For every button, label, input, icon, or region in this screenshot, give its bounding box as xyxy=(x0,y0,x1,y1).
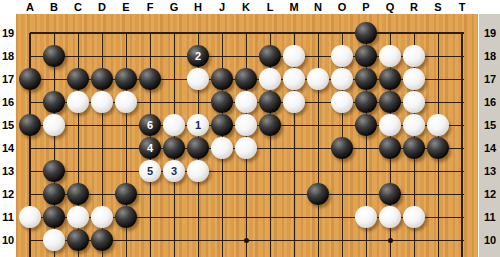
stone-black-S14[interactable] xyxy=(427,137,449,159)
stone-white-Q18[interactable] xyxy=(379,45,401,67)
stone-white-K16[interactable] xyxy=(235,91,257,113)
row-label-right-10: 10 xyxy=(481,233,500,247)
stone-white-P11[interactable] xyxy=(355,206,377,228)
stone-black-P15[interactable] xyxy=(355,114,377,136)
stone-black-Q14[interactable] xyxy=(379,137,401,159)
column-label-C: C xyxy=(70,0,86,14)
stone-black-O14[interactable] xyxy=(331,137,353,159)
row-label-left-12: 12 xyxy=(0,187,16,201)
row-label-left-19: 19 xyxy=(0,26,16,40)
stone-white-H15[interactable]: 1 xyxy=(187,114,209,136)
row-label-right-16: 16 xyxy=(481,95,500,109)
stone-black-K17[interactable] xyxy=(235,68,257,90)
stone-black-Q17[interactable] xyxy=(379,68,401,90)
move-number-4: 4 xyxy=(147,142,153,154)
stone-white-M17[interactable] xyxy=(283,68,305,90)
stone-black-F17[interactable] xyxy=(139,68,161,90)
row-label-left-11: 11 xyxy=(0,210,16,224)
column-label-B: B xyxy=(46,0,62,14)
stone-black-L18[interactable] xyxy=(259,45,281,67)
stone-white-K14[interactable] xyxy=(235,137,257,159)
stone-black-Q12[interactable] xyxy=(379,183,401,205)
move-number-3: 3 xyxy=(171,165,177,177)
stone-white-O16[interactable] xyxy=(331,91,353,113)
stone-black-E12[interactable] xyxy=(115,183,137,205)
move-number-6: 6 xyxy=(147,119,153,131)
row-label-right-17: 17 xyxy=(481,72,500,86)
stone-white-L17[interactable] xyxy=(259,68,281,90)
stone-white-D16[interactable] xyxy=(91,91,113,113)
column-label-J: J xyxy=(214,0,230,14)
move-number-1: 1 xyxy=(195,119,201,131)
row-label-right-12: 12 xyxy=(481,187,500,201)
stone-black-A17[interactable] xyxy=(19,68,41,90)
row-label-right-18: 18 xyxy=(481,49,500,63)
stone-white-J14[interactable] xyxy=(211,137,233,159)
grid-line-vertical-N xyxy=(318,33,319,257)
column-label-E: E xyxy=(118,0,134,14)
stone-black-F15[interactable]: 6 xyxy=(139,114,161,136)
column-label-D: D xyxy=(94,0,110,14)
stone-black-E11[interactable] xyxy=(115,206,137,228)
stone-white-A11[interactable] xyxy=(19,206,41,228)
stone-white-Q11[interactable] xyxy=(379,206,401,228)
stone-white-H17[interactable] xyxy=(187,68,209,90)
column-label-A: A xyxy=(22,0,38,14)
row-label-right-11: 11 xyxy=(481,210,500,224)
row-label-left-16: 16 xyxy=(0,95,16,109)
stone-white-M16[interactable] xyxy=(283,91,305,113)
column-label-Q: Q xyxy=(382,0,398,14)
stone-white-E16[interactable] xyxy=(115,91,137,113)
column-label-H: H xyxy=(190,0,206,14)
stone-black-E17[interactable] xyxy=(115,68,137,90)
column-label-R: R xyxy=(406,0,422,14)
row-label-left-15: 15 xyxy=(0,118,16,132)
stone-black-H18[interactable]: 2 xyxy=(187,45,209,67)
star-point-Q10 xyxy=(388,238,393,243)
stone-white-Q15[interactable] xyxy=(379,114,401,136)
stone-black-C10[interactable] xyxy=(67,229,89,251)
stone-white-F13[interactable]: 5 xyxy=(139,160,161,182)
grid-line-horizontal-19 xyxy=(30,32,464,34)
go-board[interactable]: 261453 xyxy=(16,14,478,257)
column-label-O: O xyxy=(334,0,350,14)
stone-black-B13[interactable] xyxy=(43,160,65,182)
row-label-right-19: 19 xyxy=(481,26,500,40)
stone-white-C11[interactable] xyxy=(67,206,89,228)
stone-white-K15[interactable] xyxy=(235,114,257,136)
stone-black-A15[interactable] xyxy=(19,114,41,136)
stone-white-H13[interactable] xyxy=(187,160,209,182)
stone-black-L16[interactable] xyxy=(259,91,281,113)
star-point-K10 xyxy=(244,238,249,243)
row-labels-left-strip: 19181716151413121110 xyxy=(0,0,16,257)
row-label-right-15: 15 xyxy=(481,118,500,132)
stone-white-N17[interactable] xyxy=(307,68,329,90)
go-app-window: ABCDEFGHJKLMNOPQRST 19181716151413121110… xyxy=(0,0,500,257)
stone-white-R15[interactable] xyxy=(403,114,425,136)
stone-black-J16[interactable] xyxy=(211,91,233,113)
column-label-F: F xyxy=(142,0,158,14)
stone-black-B11[interactable] xyxy=(43,206,65,228)
row-label-left-17: 17 xyxy=(0,72,16,86)
stone-white-G15[interactable] xyxy=(163,114,185,136)
stone-white-R17[interactable] xyxy=(403,68,425,90)
stone-black-P17[interactable] xyxy=(355,68,377,90)
row-label-right-13: 13 xyxy=(481,164,500,178)
stone-white-S15[interactable] xyxy=(427,114,449,136)
stone-white-O18[interactable] xyxy=(331,45,353,67)
stone-black-J17[interactable] xyxy=(211,68,233,90)
stone-black-B18[interactable] xyxy=(43,45,65,67)
stone-white-R16[interactable] xyxy=(403,91,425,113)
move-number-2: 2 xyxy=(195,50,201,62)
column-label-T: T xyxy=(454,0,470,14)
stone-black-N12[interactable] xyxy=(307,183,329,205)
grid-line-horizontal-13 xyxy=(30,171,464,172)
stone-white-B15[interactable] xyxy=(43,114,65,136)
stone-black-F14[interactable]: 4 xyxy=(139,137,161,159)
stone-white-O17[interactable] xyxy=(331,68,353,90)
stone-black-B12[interactable] xyxy=(43,183,65,205)
row-label-right-14: 14 xyxy=(481,141,500,155)
row-label-left-13: 13 xyxy=(0,164,16,178)
column-label-M: M xyxy=(286,0,302,14)
column-label-L: L xyxy=(262,0,278,14)
row-labels-right-strip: 19181716151413121110 xyxy=(478,14,500,257)
stone-black-G14[interactable] xyxy=(163,137,185,159)
stone-black-B16[interactable] xyxy=(43,91,65,113)
row-label-left-10: 10 xyxy=(0,233,16,247)
stone-black-C17[interactable] xyxy=(67,68,89,90)
stone-black-P16[interactable] xyxy=(355,91,377,113)
stone-black-H14[interactable] xyxy=(187,137,209,159)
column-labels-strip: ABCDEFGHJKLMNOPQRST xyxy=(0,0,500,14)
stone-black-J15[interactable] xyxy=(211,114,233,136)
row-label-left-14: 14 xyxy=(0,141,16,155)
stone-black-R14[interactable] xyxy=(403,137,425,159)
stone-black-P18[interactable] xyxy=(355,45,377,67)
column-label-S: S xyxy=(430,0,446,14)
row-label-left-18: 18 xyxy=(0,49,16,63)
stone-white-M18[interactable] xyxy=(283,45,305,67)
stone-black-L15[interactable] xyxy=(259,114,281,136)
stone-white-B10[interactable] xyxy=(43,229,65,251)
column-label-P: P xyxy=(358,0,374,14)
column-label-K: K xyxy=(238,0,254,14)
stone-black-P19[interactable] xyxy=(355,22,377,44)
stone-black-D17[interactable] xyxy=(91,68,113,90)
grid-line-vertical-T xyxy=(461,33,463,257)
stone-black-Q16[interactable] xyxy=(379,91,401,113)
move-number-5: 5 xyxy=(147,165,153,177)
stone-white-C16[interactable] xyxy=(67,91,89,113)
stone-white-D11[interactable] xyxy=(91,206,113,228)
stone-white-R11[interactable] xyxy=(403,206,425,228)
column-label-N: N xyxy=(310,0,326,14)
stone-white-R18[interactable] xyxy=(403,45,425,67)
column-label-G: G xyxy=(166,0,182,14)
stone-black-C12[interactable] xyxy=(67,183,89,205)
stone-white-G13[interactable]: 3 xyxy=(163,160,185,182)
stone-black-D10[interactable] xyxy=(91,229,113,251)
